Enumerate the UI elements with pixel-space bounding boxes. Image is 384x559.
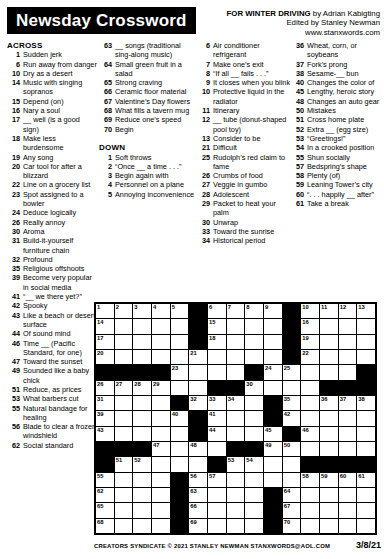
grid-cell-r14c12[interactable] (301, 503, 319, 517)
grid-cell-r5c13[interactable] (320, 365, 338, 379)
grid-cell-r9c2[interactable] (115, 427, 133, 441)
grid-cell-r9c10[interactable]: 45 (264, 427, 282, 441)
grid-cell-r14c14[interactable] (339, 503, 357, 517)
grid-cell-r3c1[interactable]: 17 (96, 335, 114, 349)
grid-cell-r7c9[interactable] (245, 396, 263, 410)
grid-cell-r3c9[interactable] (245, 335, 263, 349)
clue-text: Plenty (of) (307, 171, 382, 180)
across-clue-64: 64Small green fruit in a salad (99, 60, 195, 79)
cell-number: 17 (97, 335, 103, 342)
grid-cell-r15c11[interactable]: 70 (283, 519, 301, 533)
grid-cell-r5c11[interactable]: 25 (283, 365, 301, 379)
grid-cell-r10c8-black (227, 442, 245, 456)
grid-cell-r9c4[interactable] (152, 427, 170, 441)
across-clue-70: 70Begin (99, 125, 195, 134)
grid-cell-r6c6[interactable] (189, 381, 207, 395)
grid-cell-r8c7[interactable]: 41 (208, 411, 226, 425)
cell-number: 46 (302, 427, 308, 434)
grid-cell-r2c6-black (189, 319, 207, 333)
clue-text: __ songs (traditional sing-along music) (115, 41, 195, 60)
grid-cell-r11c2[interactable]: 51 (115, 457, 133, 471)
grid-cell-r4c13[interactable] (320, 350, 338, 364)
grid-cell-r3c15[interactable] (357, 335, 375, 349)
grid-cell-r11c14-black (339, 457, 357, 471)
clue-number: 30 (197, 218, 213, 227)
clue-text: It closes when you blink (213, 78, 292, 87)
grid-cell-r1c5[interactable]: 5 (171, 304, 189, 318)
grid-cell-r4c15[interactable] (357, 350, 375, 364)
grid-cell-r8c4[interactable] (152, 411, 170, 425)
clue-text: Profound (23, 255, 97, 264)
grid-cell-r2c4[interactable] (152, 319, 170, 333)
cell-number: 24 (265, 365, 271, 372)
clue-text: Bedspring’s shape (307, 162, 382, 171)
grid-cell-r1c13[interactable]: 11 (320, 304, 338, 318)
grid-cell-r8c15[interactable] (357, 411, 375, 425)
clue-text: Make less burdensome (23, 134, 97, 153)
grid-cell-r7c15[interactable]: 38 (357, 396, 375, 410)
grid-cell-r2c7[interactable]: 15 (208, 319, 226, 333)
grid-cell-r9c3[interactable] (133, 427, 151, 441)
grid-cell-r4c10[interactable] (264, 350, 282, 364)
across-clue-44: 44Of sound mind (7, 329, 97, 338)
clue-number: 7 (197, 60, 213, 69)
grid-cell-r15c7[interactable] (208, 519, 226, 533)
clue-text: Small green fruit in a salad (115, 60, 195, 79)
cell-number: 54 (246, 457, 252, 464)
grid-cell-r10c14[interactable] (339, 442, 357, 456)
grid-cell-r13c12[interactable] (301, 488, 319, 502)
grid-cell-r7c14[interactable]: 37 (339, 396, 357, 410)
clue-number: 23 (7, 190, 23, 209)
clue-text: Adolescent (213, 190, 292, 199)
grid-cell-r7c2[interactable] (115, 396, 133, 410)
grid-cell-r13c8[interactable] (227, 488, 245, 502)
grid-cell-r10c13[interactable] (320, 442, 338, 456)
cell-number: 28 (134, 381, 140, 388)
grid-cell-r6c4[interactable]: 29 (152, 381, 170, 395)
grid-cell-r6c2[interactable]: 27 (115, 381, 133, 395)
grid-cell-r9c13[interactable] (320, 427, 338, 441)
down-clue-2: 2“Once __ a time . . .” (99, 162, 195, 171)
grid-cell-r11c13-black (320, 457, 338, 471)
down-clue-61: 61Take a break (291, 199, 382, 208)
grid-cell-r8c3[interactable] (133, 411, 151, 425)
grid-cell-r2c1[interactable]: 14 (96, 319, 114, 333)
grid-cell-r14c7[interactable] (208, 503, 226, 517)
grid-cell-r2c14[interactable] (339, 319, 357, 333)
grid-cell-r10c15[interactable] (357, 442, 375, 456)
grid-cell-r2c13[interactable] (320, 319, 338, 333)
cell-number: 63 (190, 488, 196, 495)
grid-cell-r1c11-black (283, 304, 301, 318)
cell-number: 37 (340, 396, 346, 403)
grid-cell-r13c13[interactable] (320, 488, 338, 502)
clue-number: 13 (197, 134, 213, 143)
cell-number: 49 (265, 442, 271, 449)
grid-cell-r6c12[interactable] (301, 381, 319, 395)
grid-cell-r1c2[interactable]: 2 (115, 304, 133, 318)
grid-cell-r1c3[interactable]: 3 (133, 304, 151, 318)
clue-text: Unwrap (213, 218, 292, 227)
across-clue-6: 6Run away from danger (7, 60, 97, 69)
clue-number: 18 (7, 134, 23, 153)
clue-number: 60 (291, 190, 307, 199)
clue-text: Spot assigned to a bowler (23, 190, 97, 209)
grid-cell-r13c1[interactable]: 62 (96, 488, 114, 502)
grid-cell-r11c9[interactable]: 54 (245, 457, 263, 471)
grid-cell-r3c8[interactable] (227, 335, 245, 349)
grid-cell-r5c5[interactable]: 23 (171, 365, 189, 379)
grid-cell-r2c5[interactable] (171, 319, 189, 333)
grid-cell-r1c12[interactable]: 10 (301, 304, 319, 318)
grid-cell-r15c2[interactable] (115, 519, 133, 533)
grid-cell-r10c10[interactable]: 49 (264, 442, 282, 456)
grid-cell-r9c7[interactable]: 44 (208, 427, 226, 441)
grid-cell-r12c10[interactable] (264, 473, 282, 487)
grid-cell-r12c1[interactable]: 55 (96, 473, 114, 487)
grid-cell-r7c5-black (171, 396, 189, 410)
byline: by Adrian Kabigting (311, 9, 380, 18)
clue-text: Spooky (23, 301, 97, 310)
grid-cell-r1c9[interactable]: 8 (245, 304, 263, 318)
grid-cell-r11c11[interactable] (283, 457, 301, 471)
grid-cell-r9c14[interactable] (339, 427, 357, 441)
grid-cell-r15c4[interactable] (152, 519, 170, 533)
grid-cell-r8c14[interactable] (339, 411, 357, 425)
grid-cell-r7c4[interactable] (152, 396, 170, 410)
grid-cell-r2c12[interactable]: 16 (301, 319, 319, 333)
grid-cell-r13c4[interactable] (152, 488, 170, 502)
grid-cell-r3c7[interactable]: 18 (208, 335, 226, 349)
grid-cell-r7c11[interactable]: 35 (283, 396, 301, 410)
grid-cell-r5c6[interactable] (189, 365, 207, 379)
grid-cell-r14c9[interactable] (245, 503, 263, 517)
grid-cell-r11c4[interactable] (152, 457, 170, 471)
clue-text: __ well (is a good sign) (23, 115, 97, 134)
grid-cell-r4c12[interactable]: 22 (301, 350, 319, 364)
grid-cell-r15c9[interactable] (245, 519, 263, 533)
grid-cell-r8c9[interactable] (245, 411, 263, 425)
grid-cell-r13c6[interactable]: 63 (189, 488, 207, 502)
grid-cell-r2c9[interactable] (245, 319, 263, 333)
cell-number: 39 (97, 411, 103, 418)
across-header: ACROSS (7, 41, 97, 50)
grid-cell-r14c6[interactable]: 66 (189, 503, 207, 517)
clue-number: 9 (197, 78, 213, 87)
grid-cell-r13c3[interactable] (133, 488, 151, 502)
across-clue-31: 31Build-it-yourself furniture chain (7, 236, 97, 255)
grid-cell-r9c9[interactable] (245, 427, 263, 441)
grid-cell-r10c5[interactable] (171, 442, 189, 456)
grid-cell-r6c10[interactable] (264, 381, 282, 395)
grid-cell-r11c8[interactable]: 53 (227, 457, 245, 471)
grid-cell-r3c10[interactable] (264, 335, 282, 349)
clue-column-across-down: 63__ songs (traditional sing-along music… (99, 41, 195, 199)
clue-number: 50 (291, 106, 307, 115)
cell-number: 64 (284, 488, 290, 495)
grid-cell-r5c10[interactable]: 24 (264, 365, 282, 379)
grid-cell-r5c12[interactable] (301, 365, 319, 379)
cell-number: 30 (246, 381, 252, 388)
cell-number: 58 (302, 473, 308, 480)
grid-cell-r10c7[interactable] (208, 442, 226, 456)
down-clue-5: 5Annoying inconvenience (99, 190, 195, 199)
grid-cell-r3c2[interactable] (115, 335, 133, 349)
across-clue-62: 62Social standard (7, 441, 97, 450)
clue-text: Sounded like a baby chick (23, 366, 97, 385)
across-clue-26: 26Really annoy (7, 218, 97, 227)
grid-cell-r14c3[interactable] (133, 503, 151, 517)
grid-cell-r6c11[interactable] (283, 381, 301, 395)
grid-cell-r8c11[interactable]: 42 (283, 411, 301, 425)
grid-cell-r7c3[interactable] (133, 396, 151, 410)
grid-cell-r8c5[interactable]: 40 (171, 411, 189, 425)
grid-cell-r6c1[interactable]: 26 (96, 381, 114, 395)
clue-text: Wheat, corn, or soybeans (307, 41, 382, 60)
clue-text: Dry as a desert (23, 69, 97, 78)
grid-cell-r13c15[interactable] (357, 488, 375, 502)
grid-cell-r13c7[interactable] (208, 488, 226, 502)
grid-cell-r1c10[interactable]: 9 (264, 304, 282, 318)
grid-cell-r10c6[interactable]: 48 (189, 442, 207, 456)
grid-cell-r15c8[interactable] (227, 519, 245, 533)
grid-cell-r3c14[interactable] (339, 335, 357, 349)
grid-cell-r14c8[interactable] (227, 503, 245, 517)
grid-cell-r12c14[interactable]: 60 (339, 473, 357, 487)
grid-cell-r12c12[interactable]: 58 (301, 473, 319, 487)
grid-cell-r4c2[interactable] (115, 350, 133, 364)
grid-cell-r1c1[interactable]: 1 (96, 304, 114, 318)
cell-number: 12 (340, 304, 346, 311)
grid-cell-r6c3[interactable]: 28 (133, 381, 151, 395)
grid-cell-r10c3-black (133, 442, 151, 456)
grid-cell-r7c6[interactable]: 32 (189, 396, 207, 410)
across-clue-10: 10Dry as a desert (7, 69, 97, 78)
grid-cell-r10c11[interactable]: 50 (283, 442, 301, 456)
down-clue-21: 21Difficult (197, 143, 292, 152)
across-clue-51: 51Reduce, as prices (7, 385, 97, 394)
grid-cell-r8c12[interactable] (301, 411, 319, 425)
grid-cell-r7c7[interactable]: 33 (208, 396, 226, 410)
clue-number: 61 (291, 199, 307, 208)
clue-text: Fork’s prong (307, 60, 382, 69)
clue-number: 45 (291, 87, 307, 96)
clue-number: 55 (7, 404, 23, 423)
grid-cell-r2c15[interactable] (357, 319, 375, 333)
clue-number: 54 (291, 143, 307, 152)
grid-cell-r3c12[interactable]: 19 (301, 335, 319, 349)
grid-cell-r4c14[interactable] (339, 350, 357, 364)
cell-number: 55 (97, 473, 103, 480)
grid-cell-r12c3[interactable] (133, 473, 151, 487)
grid-cell-r8c2[interactable] (115, 411, 133, 425)
cell-number: 15 (209, 319, 215, 326)
grid-cell-r15c15[interactable] (357, 519, 375, 533)
grid-cell-r9c8[interactable] (227, 427, 245, 441)
grid-cell-r14c2[interactable] (115, 503, 133, 517)
grid-cell-r4c8[interactable] (227, 350, 245, 364)
grid-cell-r13c11[interactable]: 64 (283, 488, 301, 502)
grid-cell-r3c3[interactable] (133, 335, 151, 349)
down-clue-7: 7Make one’s exit (197, 60, 292, 69)
grid-cell-r15c14[interactable] (339, 519, 357, 533)
across-clue-22: 22Line on a grocery list (7, 180, 97, 189)
grid-cell-r4c4[interactable] (152, 350, 170, 364)
puzzle-header: FOR WINTER DRIVING by Adrian Kabigting E… (227, 9, 380, 37)
clue-number: 42 (7, 301, 23, 310)
down-clue-50: 50Mistakes (291, 106, 382, 115)
clue-number: 32 (7, 255, 23, 264)
grid-cell-r13c2[interactable] (115, 488, 133, 502)
clue-number: 49 (7, 366, 23, 385)
grid-cell-r14c1[interactable]: 65 (96, 503, 114, 517)
grid-cell-r2c8[interactable] (227, 319, 245, 333)
grid-cell-r6c8-black (227, 381, 245, 395)
grid-cell-r8c1[interactable]: 39 (96, 411, 114, 425)
down-clue-52: 52Extra __ (egg size) (291, 125, 382, 134)
grid-cell-r1c15[interactable]: 13 (357, 304, 375, 318)
clue-text: Really annoy (23, 218, 97, 227)
grid-cell-r11c15-black (357, 457, 375, 471)
clue-text: Blade to clear a frozen windshield (23, 422, 97, 441)
grid-cell-r2c2[interactable] (115, 319, 133, 333)
grid-cell-r11c12-black (301, 457, 319, 471)
grid-cell-r12c8[interactable] (227, 473, 245, 487)
grid-cell-r12c2[interactable] (115, 473, 133, 487)
clue-text: Shun socially (307, 153, 382, 162)
grid-cell-r12c6[interactable]: 56 (189, 473, 207, 487)
grid-cell-r14c11[interactable]: 67 (283, 503, 301, 517)
grid-cell-r7c1[interactable]: 31 (96, 396, 114, 410)
grid-cell-r5c8[interactable] (227, 365, 245, 379)
cell-number: 16 (302, 319, 308, 326)
grid-cell-r12c13[interactable]: 59 (320, 473, 338, 487)
grid-cell-r7c12[interactable] (301, 396, 319, 410)
down-clue-11: 11Itinerary (197, 106, 292, 115)
grid-cell-r13c9[interactable] (245, 488, 263, 502)
clue-number: 3 (99, 171, 115, 180)
grid-cell-r9c1[interactable]: 43 (96, 427, 114, 441)
publication-title: Newsday Crossword (16, 11, 187, 30)
clue-number: 51 (7, 385, 23, 394)
clue-number: 43 (7, 311, 23, 330)
grid-cell-r15c3[interactable] (133, 519, 151, 533)
clue-column-down-1: 6Air conditioner refrigerant7Make one’s … (197, 41, 292, 246)
grid-cell-r1c7[interactable]: 6 (208, 304, 226, 318)
down-clue-30: 30Unwrap (197, 218, 292, 227)
clue-number: 67 (99, 97, 115, 106)
crossword-grid[interactable]: 1234567891011121314151617181920212223242… (94, 302, 377, 535)
clue-number: 29 (197, 199, 213, 218)
grid-cell-r11c5[interactable] (171, 457, 189, 471)
clue-text: Historical period (213, 236, 292, 245)
across-clue-24: 24Deduce logically (7, 208, 97, 217)
grid-cell-r12c7[interactable]: 57 (208, 473, 226, 487)
grid-cell-r3c4[interactable] (152, 335, 170, 349)
clue-number: 19 (7, 153, 23, 162)
grid-cell-r2c10[interactable] (264, 319, 282, 333)
across-clue-15: 15Depend (on) (7, 97, 97, 106)
cell-number: 61 (358, 473, 364, 480)
grid-cell-r15c13[interactable] (320, 519, 338, 533)
grid-cell-r11c3[interactable]: 52 (133, 457, 151, 471)
cell-number: 48 (190, 442, 196, 449)
grid-cell-r8c8[interactable] (227, 411, 245, 425)
grid-cell-r6c5[interactable] (171, 381, 189, 395)
cell-number: 8 (246, 304, 249, 311)
clue-number: 41 (7, 292, 23, 301)
grid-cell-r4c5[interactable] (171, 350, 189, 364)
down-clue-34: 34Historical period (197, 236, 292, 245)
grid-cell-r12c11[interactable] (283, 473, 301, 487)
grid-cell-r6c9[interactable]: 30 (245, 381, 263, 395)
across-clue-30: 30Aroma (7, 227, 97, 236)
clue-text: Soft throws (115, 153, 195, 162)
grid-cell-r9c5[interactable] (171, 427, 189, 441)
grid-cell-r4c3[interactable] (133, 350, 151, 364)
grid-cell-r9c12[interactable]: 46 (301, 427, 319, 441)
grid-cell-r3c5[interactable] (171, 335, 189, 349)
cell-number: 6 (209, 304, 212, 311)
clue-text: Mistakes (307, 106, 382, 115)
grid-cell-r4c11-black (283, 350, 301, 364)
clue-number: 65 (99, 78, 115, 87)
crossword-page: Newsday Crossword FOR WINTER DRIVING by … (0, 0, 384, 559)
grid-cell-r10c4[interactable]: 47 (152, 442, 170, 456)
cell-number: 9 (265, 304, 268, 311)
clue-text: Sesame-__ bun (307, 69, 382, 78)
grid-cell-r14c4[interactable] (152, 503, 170, 517)
grid-cell-r5c7[interactable] (208, 365, 226, 379)
grid-cell-r7c13[interactable]: 36 (320, 396, 338, 410)
grid-cell-r12c15[interactable]: 61 (357, 473, 375, 487)
grid-cell-r10c12[interactable] (301, 442, 319, 456)
grid-cell-r4c1[interactable]: 20 (96, 350, 114, 364)
grid-cell-r1c8[interactable]: 7 (227, 304, 245, 318)
grid-cell-r3c13[interactable] (320, 335, 338, 349)
grid-cell-r15c1[interactable]: 68 (96, 519, 114, 533)
grid-cell-r14c15[interactable] (357, 503, 375, 517)
grid-cell-r4c9[interactable] (245, 350, 263, 364)
clue-text: In a crooked position (307, 143, 382, 152)
across-clue-23: 23Spot assigned to a bowler (7, 190, 97, 209)
grid-cell-r9c11-black (283, 427, 301, 441)
grid-cell-r15c12[interactable] (301, 519, 319, 533)
down-clue-58: 58Plenty (of) (291, 171, 382, 180)
grid-cell-r8c13[interactable] (320, 411, 338, 425)
grid-cell-r9c15[interactable] (357, 427, 375, 441)
grid-cell-r7c8[interactable]: 34 (227, 396, 245, 410)
cell-number: 33 (209, 396, 215, 403)
grid-cell-r15c6[interactable]: 69 (189, 519, 207, 533)
grid-cell-r11c6[interactable] (189, 457, 207, 471)
grid-cell-r4c6[interactable]: 21 (189, 350, 207, 364)
grid-cell-r1c14[interactable]: 12 (339, 304, 357, 318)
grid-cell-r7c10-black (264, 396, 282, 410)
grid-cell-r2c3[interactable] (133, 319, 151, 333)
grid-cell-r5c14[interactable] (339, 365, 357, 379)
down-clue-60: 60“. . . happily __ after” (291, 190, 382, 199)
cell-number: 4 (153, 304, 156, 311)
grid-cell-r13c14[interactable] (339, 488, 357, 502)
grid-cell-r14c13[interactable] (320, 503, 338, 517)
grid-cell-r4c7[interactable] (208, 350, 226, 364)
grid-cell-r12c4[interactable] (152, 473, 170, 487)
grid-cell-r11c10[interactable] (264, 457, 282, 471)
grid-cell-r1c4[interactable]: 4 (152, 304, 170, 318)
grid-cell-r12c9[interactable] (245, 473, 263, 487)
